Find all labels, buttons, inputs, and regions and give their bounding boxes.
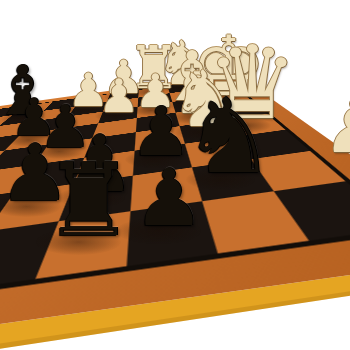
chess-photo-stage: ♞♜♟♚♝♟♟♟♟♝♛♞♟♟♟♟♞♟♟♟♜: [0, 0, 350, 350]
piece-black-rook-e1[interactable]: ♜: [28, 150, 149, 251]
piece-white-pawn-offboard-right[interactable]: ♟: [312, 89, 350, 163]
